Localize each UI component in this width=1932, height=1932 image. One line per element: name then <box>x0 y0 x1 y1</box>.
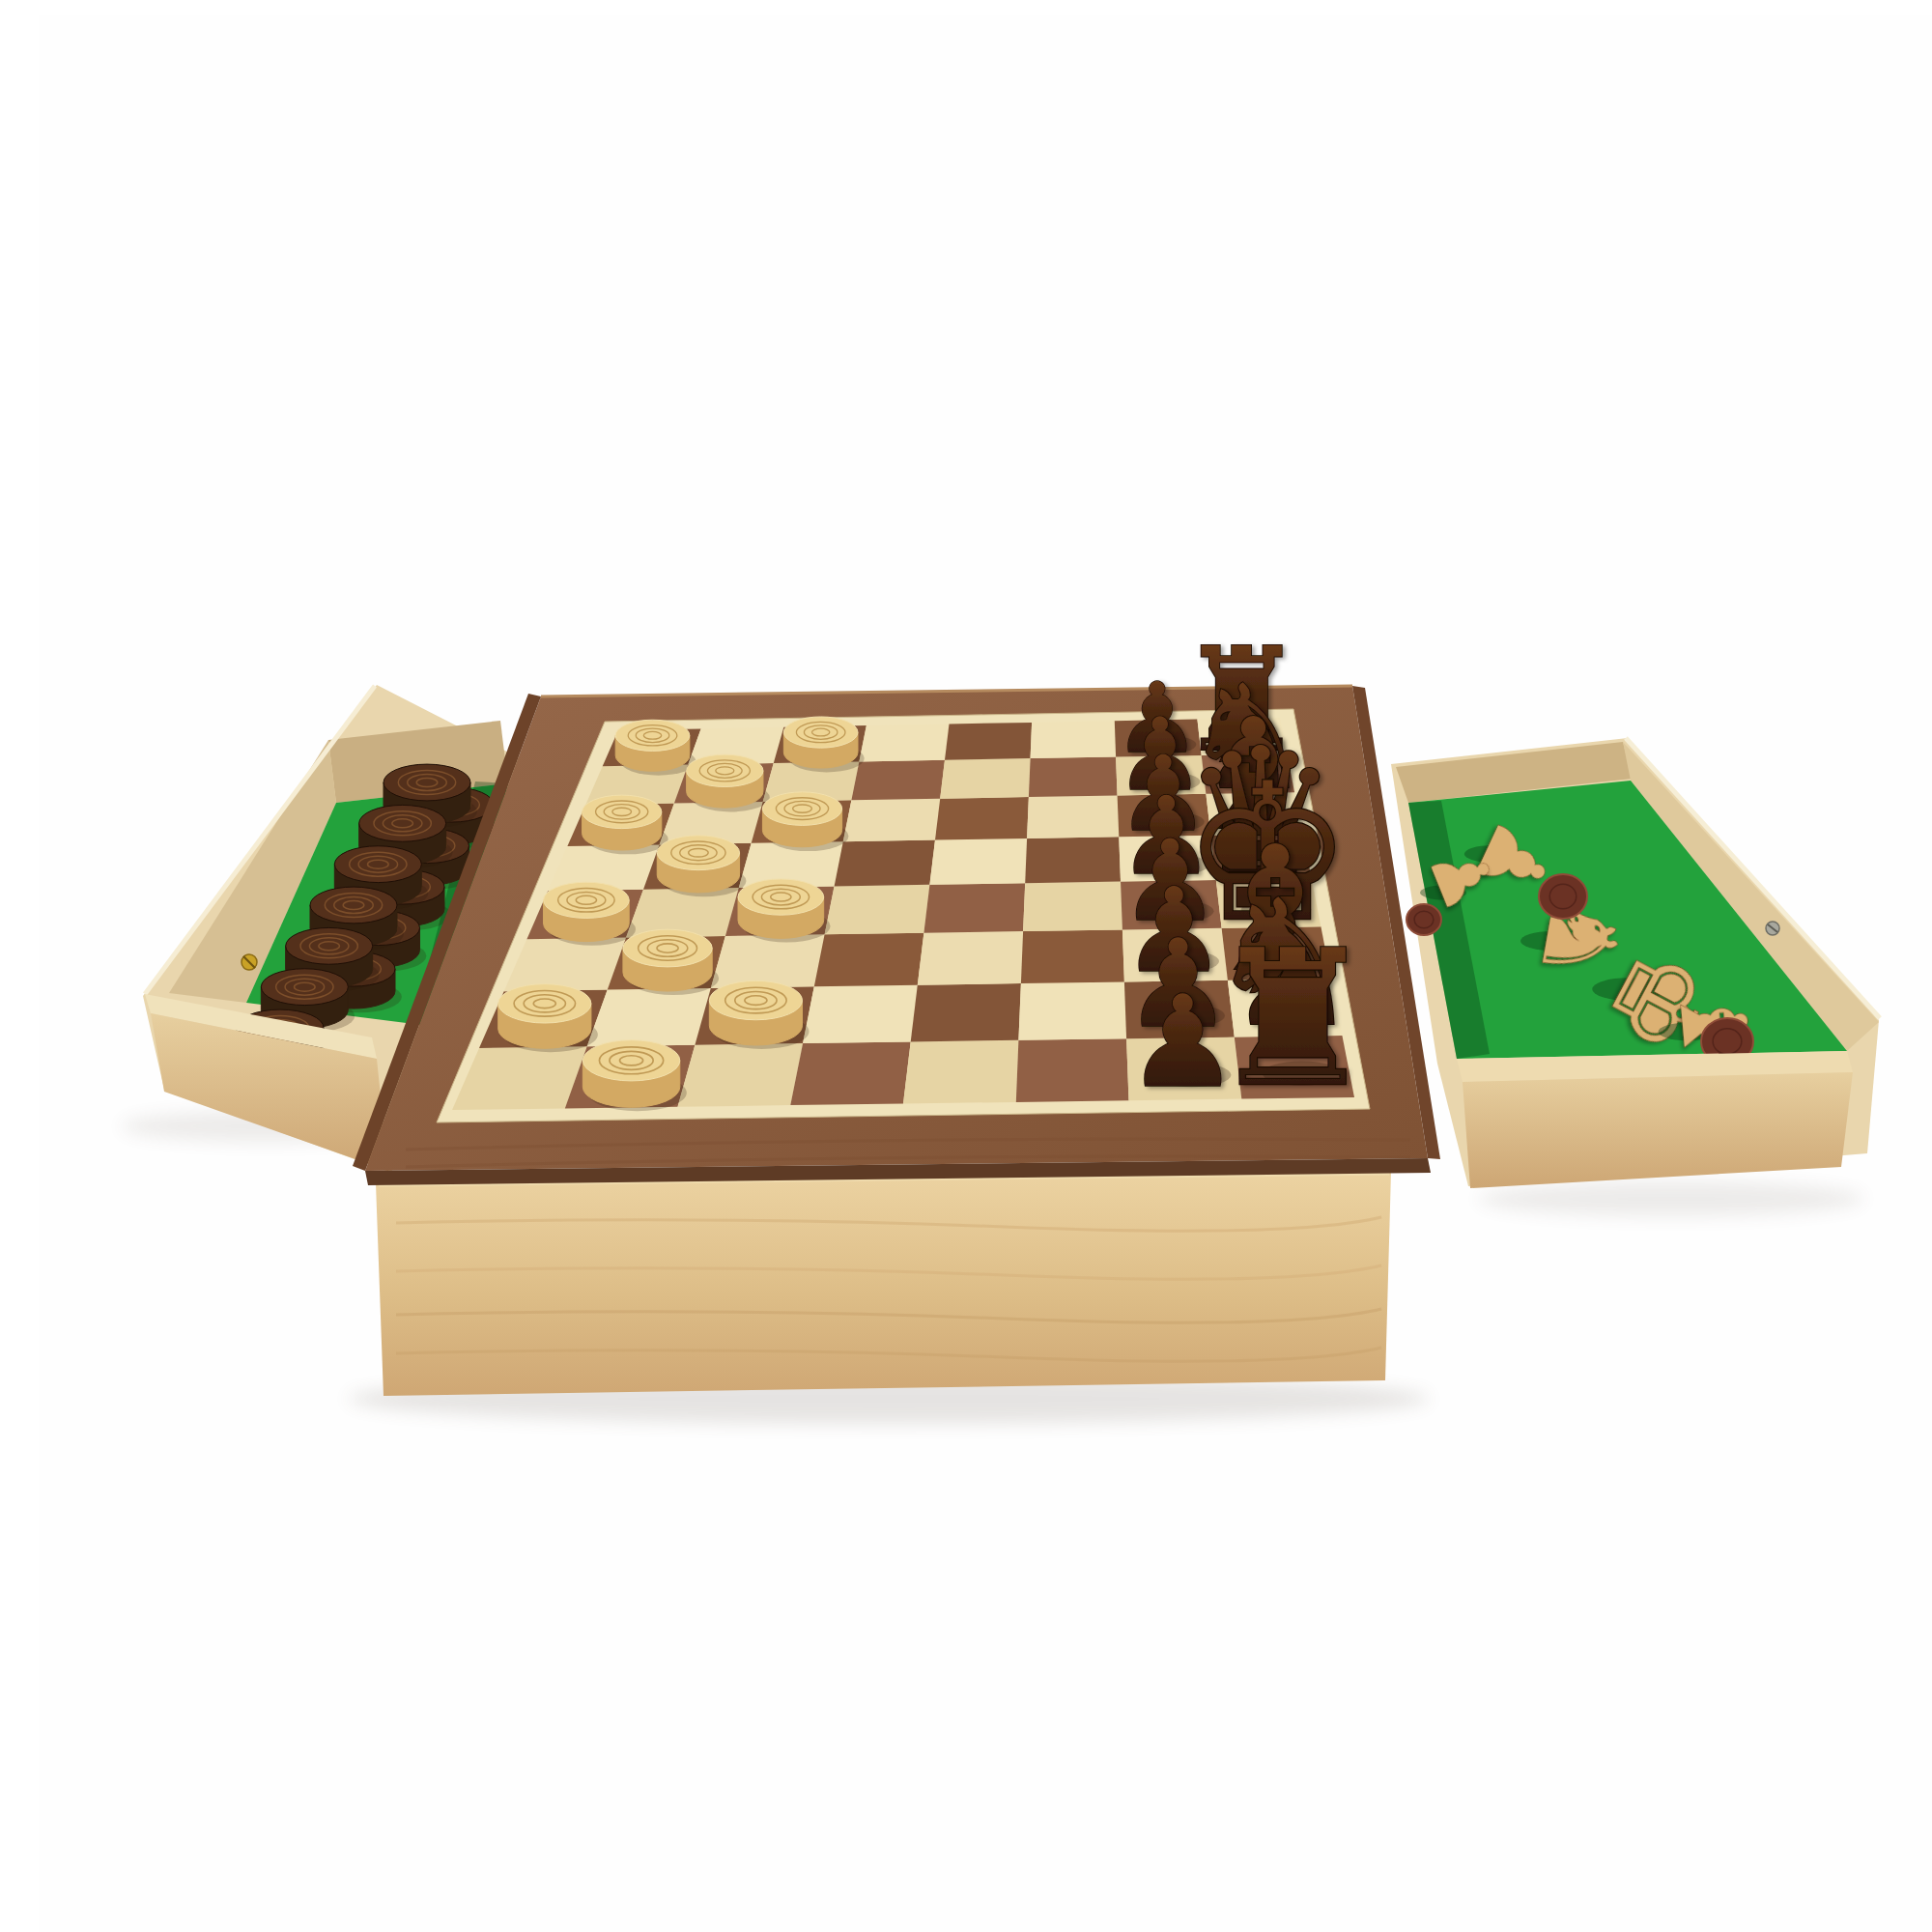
piece-dark-pawn-g1: ♟ <box>1125 968 1239 1116</box>
felt-base-disc <box>1539 874 1587 919</box>
brass-screw-icon <box>241 954 257 970</box>
square-d1 <box>790 1041 910 1105</box>
square-f4 <box>1023 882 1122 932</box>
square-d4 <box>825 885 930 935</box>
right-drawer-shadow <box>1478 1181 1864 1216</box>
checker-light-a2 <box>498 984 598 1053</box>
square-e3 <box>918 931 1023 985</box>
svg-text:♟: ♟ <box>1125 968 1239 1116</box>
felt-base-disc <box>1406 904 1441 935</box>
square-f3 <box>1021 929 1124 983</box>
square-f7 <box>1029 757 1118 798</box>
checker-light-a8 <box>615 720 696 775</box>
square-d2 <box>803 985 918 1043</box>
square-d7 <box>851 760 945 801</box>
square-e2 <box>911 983 1021 1041</box>
square-f8 <box>1031 721 1117 758</box>
checker-light-a4 <box>544 882 637 946</box>
checker-light-c2 <box>709 980 809 1049</box>
square-b2 <box>587 988 711 1046</box>
square-d5 <box>835 840 935 887</box>
square-e5 <box>929 838 1027 885</box>
square-f6 <box>1027 796 1119 839</box>
checker-light-b7 <box>687 754 770 811</box>
square-c3 <box>711 934 825 988</box>
square-e8 <box>945 723 1032 760</box>
square-d8 <box>859 724 949 762</box>
product-photo-chess-checkers-box: ♟♞♚♝♟♜♟♞♟♝♟♛♟♚♟♝♟♞♟♜♟ Overhead-angle pro… <box>39 15 1932 1932</box>
square-f2 <box>1018 982 1126 1040</box>
square-e6 <box>935 797 1029 840</box>
checker-light-c6 <box>762 792 848 851</box>
checker-light-a6 <box>582 795 668 854</box>
square-f1 <box>1016 1038 1129 1102</box>
steel-screw-icon <box>1766 922 1779 935</box>
square-e7 <box>940 758 1030 799</box>
box-front <box>376 1172 1391 1396</box>
checker-light-b3 <box>623 929 719 995</box>
checker-light-b5 <box>657 836 746 896</box>
square-d6 <box>843 799 940 842</box>
square-c1 <box>678 1043 804 1107</box>
checker-light-b1 <box>582 1040 686 1111</box>
square-e4 <box>923 883 1025 933</box>
checker-light-c4 <box>738 879 831 943</box>
checker-light-c8 <box>783 717 864 772</box>
square-f5 <box>1025 837 1121 883</box>
square-d3 <box>814 933 924 987</box>
square-e1 <box>903 1040 1018 1104</box>
box-front-face <box>376 1172 1391 1396</box>
scene-svg: ♟♞♚♝♟♜♟♞♟♝♟♛♟♚♟♝♟♞♟♜♟ <box>39 15 1932 1932</box>
